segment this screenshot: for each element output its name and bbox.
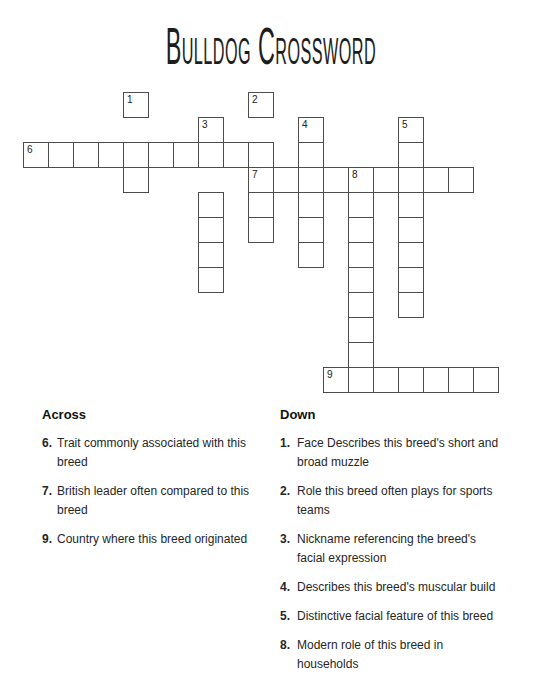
- grid-cell[interactable]: [348, 242, 374, 268]
- grid-cell[interactable]: [248, 142, 274, 168]
- grid-cell[interactable]: [173, 142, 199, 168]
- grid-cell[interactable]: [448, 167, 474, 193]
- grid-cell[interactable]: [248, 192, 274, 218]
- grid-cell[interactable]: [48, 142, 74, 168]
- crossword-board: 123456789: [23, 92, 500, 394]
- grid-cell[interactable]: [198, 142, 224, 168]
- clue-number-label: 6.: [42, 434, 57, 472]
- clue-item: 3.Nickname referencing the breed's facia…: [280, 530, 504, 568]
- grid-cell[interactable]: [348, 367, 374, 393]
- grid-cell[interactable]: [398, 367, 424, 393]
- down-header: Down: [280, 406, 504, 424]
- clue-number-label: 7.: [42, 482, 57, 520]
- clue-item: 7.British leader often compared to this …: [42, 482, 254, 520]
- clue-item: 8.Modern role of this breed in household…: [280, 636, 504, 674]
- grid-cell[interactable]: [398, 142, 424, 168]
- cell-number: 8: [352, 169, 358, 180]
- grid-cell[interactable]: 5: [398, 117, 424, 143]
- grid-cell[interactable]: [448, 367, 474, 393]
- clue-text: Modern role of this breed in households: [297, 636, 504, 674]
- grid-cell[interactable]: [123, 167, 149, 193]
- grid-cell[interactable]: [348, 192, 374, 218]
- page-title-text: Bulldog Crossword: [165, 20, 375, 72]
- grid-cell[interactable]: [398, 292, 424, 318]
- clue-text: Describes this breed's muscular build: [297, 578, 504, 597]
- grid-cell[interactable]: [373, 367, 399, 393]
- across-header: Across: [42, 406, 254, 424]
- grid-cell[interactable]: [98, 142, 124, 168]
- clue-text: Country where this breed originated: [57, 530, 254, 549]
- down-clues-section: Down 1.Face Describes this breed's short…: [280, 406, 504, 684]
- clue-number-label: 9.: [42, 530, 57, 549]
- clue-number-label: 8.: [280, 636, 297, 674]
- grid-cell[interactable]: [273, 167, 299, 193]
- grid-cell[interactable]: 3: [198, 117, 224, 143]
- cell-number: 3: [202, 119, 208, 130]
- grid-cell[interactable]: 7: [248, 167, 274, 193]
- grid-cell[interactable]: [348, 217, 374, 243]
- grid-cell[interactable]: [248, 217, 274, 243]
- cell-number: 6: [27, 144, 33, 155]
- grid-cell[interactable]: 6: [23, 142, 49, 168]
- across-clues-section: Across 6.Trait commonly associated with …: [42, 406, 254, 559]
- clue-item: 4.Describes this breed's muscular build: [280, 578, 504, 597]
- grid-cell[interactable]: [423, 367, 449, 393]
- clue-item: 6.Trait commonly associated with this br…: [42, 434, 254, 472]
- grid-cell[interactable]: [123, 142, 149, 168]
- grid-cell[interactable]: [348, 342, 374, 368]
- grid-cell[interactable]: [198, 217, 224, 243]
- clue-item: 9.Country where this breed originated: [42, 530, 254, 549]
- cell-number: 4: [302, 119, 308, 130]
- grid-cell[interactable]: [473, 367, 499, 393]
- grid-cell[interactable]: [348, 317, 374, 343]
- across-clue-list: 6.Trait commonly associated with this br…: [42, 434, 254, 549]
- grid-cell[interactable]: [223, 142, 249, 168]
- grid-cell[interactable]: [148, 142, 174, 168]
- clue-item: 5.Distinctive facial feature of this bre…: [280, 607, 504, 626]
- grid-cell[interactable]: 1: [123, 92, 149, 118]
- clue-number-label: 1.: [280, 434, 297, 472]
- down-clue-list: 1.Face Describes this breed's short and …: [280, 434, 504, 674]
- clue-item: 2.Role this breed often plays for sports…: [280, 482, 504, 520]
- clue-text: Face Describes this breed's short and br…: [297, 434, 504, 472]
- crossword-page: Bulldog Crossword 123456789 Across 6.Tra…: [0, 0, 541, 700]
- grid-cell[interactable]: [298, 142, 324, 168]
- grid-cell[interactable]: [373, 167, 399, 193]
- clue-text: British leader often compared to this br…: [57, 482, 254, 520]
- grid-cell[interactable]: [348, 292, 374, 318]
- cell-number: 7: [252, 169, 258, 180]
- grid-cell[interactable]: [423, 167, 449, 193]
- grid-cell[interactable]: [323, 167, 349, 193]
- grid-cell[interactable]: [298, 192, 324, 218]
- clue-text: Role this breed often plays for sports t…: [297, 482, 504, 520]
- grid-cell[interactable]: [198, 192, 224, 218]
- cell-number: 1: [127, 94, 133, 105]
- grid-cell[interactable]: 8: [348, 167, 374, 193]
- clue-number-label: 4.: [280, 578, 297, 597]
- grid-cell[interactable]: [348, 267, 374, 293]
- grid-cell[interactable]: 4: [298, 117, 324, 143]
- cell-number: 5: [402, 119, 408, 130]
- cell-number: 9: [327, 369, 333, 380]
- grid-cell[interactable]: [198, 267, 224, 293]
- cell-number: 2: [252, 94, 258, 105]
- grid-cell[interactable]: [298, 242, 324, 268]
- clue-text: Distinctive facial feature of this breed: [297, 607, 504, 626]
- grid-cell[interactable]: [298, 217, 324, 243]
- grid-cell[interactable]: 9: [323, 367, 349, 393]
- grid-cell[interactable]: 2: [248, 92, 274, 118]
- clue-text: Trait commonly associated with this bree…: [57, 434, 254, 472]
- clue-number-label: 2.: [280, 482, 297, 520]
- grid-cell[interactable]: [398, 242, 424, 268]
- grid-cell[interactable]: [398, 192, 424, 218]
- clue-item: 1.Face Describes this breed's short and …: [280, 434, 504, 472]
- grid-cell[interactable]: [73, 142, 99, 168]
- grid-cell[interactable]: [398, 267, 424, 293]
- clue-number-label: 5.: [280, 607, 297, 626]
- grid-cell[interactable]: [198, 242, 224, 268]
- grid-cell[interactable]: [398, 217, 424, 243]
- page-title: Bulldog Crossword: [0, 20, 541, 72]
- grid-cell[interactable]: [398, 167, 424, 193]
- grid-cell[interactable]: [298, 167, 324, 193]
- clue-text: Nickname referencing the breed's facial …: [297, 530, 504, 568]
- clue-number-label: 3.: [280, 530, 297, 568]
